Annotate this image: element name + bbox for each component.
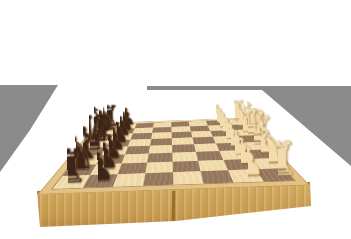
board-cell	[173, 171, 204, 184]
chess-set-photo: ♜♟♟♜♞♟♟♞♝♟♟♝♚♟♟♚♛♟♟♛♝♟♟♝♞♟♟♞♜♟♟♜	[0, 0, 351, 239]
board-cell: ♜	[53, 175, 90, 189]
board-cell	[113, 173, 145, 187]
board-cell	[192, 137, 216, 144]
board-cell	[118, 163, 147, 175]
piece-black-pawn: ♟	[97, 150, 98, 186]
board-cell	[145, 162, 173, 173]
piece-black-rook: ♜	[67, 144, 69, 188]
board-cell	[173, 161, 201, 172]
board-cell	[147, 153, 172, 163]
board-cell	[143, 172, 173, 185]
piece-white-pawn: ♟	[247, 145, 248, 181]
piece-white-rook: ♜	[277, 136, 279, 180]
chess-board-scene: ♜♟♟♜♞♟♟♞♝♟♟♝♚♟♟♚♛♟♟♛♝♟♟♝♞♟♟♞♜♟♟♜	[73, 46, 272, 239]
chess-board: ♜♟♟♜♞♟♟♞♝♟♟♝♚♟♟♚♛♟♟♛♝♟♟♝♞♟♟♞♜♟♟♜	[37, 118, 309, 194]
board-cell: ♜	[256, 168, 294, 181]
board-grid: ♜♟♟♜♞♟♟♞♝♟♟♝♚♟♟♚♛♟♟♛♝♟♟♝♞♟♟♞♜♟♟♜	[53, 120, 294, 189]
